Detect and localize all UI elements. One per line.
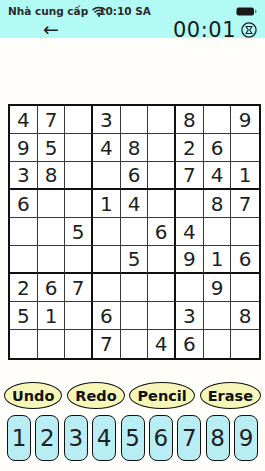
numpad-key-1[interactable]: 1 xyxy=(7,415,31,461)
sudoku-cell-r4c2[interactable] xyxy=(38,190,66,218)
cell-digit: 5 xyxy=(128,247,141,271)
numpad-key-8[interactable]: 8 xyxy=(206,415,230,461)
sudoku-cell-r2c9[interactable] xyxy=(231,134,259,162)
sudoku-cell-r3c1[interactable]: 3 xyxy=(10,162,38,190)
cell-digit: 7 xyxy=(45,108,58,132)
timer-display: 00:01 xyxy=(173,18,236,42)
cell-digit: 5 xyxy=(45,136,58,160)
back-button[interactable]: ← xyxy=(43,20,59,39)
sudoku-cell-r1c8[interactable] xyxy=(204,106,232,134)
cell-digit: 7 xyxy=(239,192,252,216)
numpad-key-5[interactable]: 5 xyxy=(121,415,145,461)
sudoku-cell-r4c5[interactable]: 4 xyxy=(121,190,149,218)
sudoku-cell-r9c3[interactable] xyxy=(65,330,93,358)
sudoku-cell-r2c8[interactable]: 6 xyxy=(204,134,232,162)
sudoku-cell-r7c9[interactable] xyxy=(231,274,259,302)
sudoku-cell-r5c3[interactable]: 5 xyxy=(65,218,93,246)
sudoku-cell-r2c2[interactable]: 5 xyxy=(38,134,66,162)
number-pad: 123456789 xyxy=(7,415,258,461)
cell-digit: 6 xyxy=(17,192,30,216)
nav-bar: ← 00:01 xyxy=(0,19,265,40)
sudoku-cell-r4c6[interactable] xyxy=(148,190,176,218)
sudoku-cell-r1c7[interactable]: 8 xyxy=(176,106,204,134)
sudoku-cell-r7c1[interactable]: 2 xyxy=(10,274,38,302)
sudoku-cell-r6c1[interactable] xyxy=(10,246,38,274)
sudoku-cell-r4c4[interactable]: 1 xyxy=(93,190,121,218)
cell-digit: 7 xyxy=(183,163,196,187)
cell-digit: 4 xyxy=(100,136,113,160)
sudoku-cell-r6c8[interactable]: 1 xyxy=(204,246,232,274)
sudoku-cell-r6c4[interactable] xyxy=(93,246,121,274)
sudoku-cell-r8c5[interactable] xyxy=(121,302,149,330)
sudoku-cell-r6c2[interactable] xyxy=(38,246,66,274)
sudoku-cell-r1c3[interactable] xyxy=(65,106,93,134)
cell-digit: 6 xyxy=(211,136,224,160)
sudoku-cell-r7c3[interactable]: 7 xyxy=(65,274,93,302)
sudoku-cell-r9c2[interactable] xyxy=(38,330,66,358)
cell-digit: 7 xyxy=(72,276,85,300)
cell-digit: 1 xyxy=(211,247,224,271)
sudoku-cell-r9c1[interactable] xyxy=(10,330,38,358)
carrier-label: Nhà cung cấp xyxy=(8,5,106,17)
undo-button[interactable]: Undo xyxy=(4,382,62,409)
sudoku-cell-r2c5[interactable]: 8 xyxy=(121,134,149,162)
sudoku-cell-r8c4[interactable]: 6 xyxy=(93,302,121,330)
sudoku-cell-r4c8[interactable]: 8 xyxy=(204,190,232,218)
sudoku-cell-r5c8[interactable] xyxy=(204,218,232,246)
sudoku-cell-r2c3[interactable] xyxy=(65,134,93,162)
cell-digit: 8 xyxy=(211,192,224,216)
sudoku-cell-r5c5[interactable] xyxy=(121,218,149,246)
sudoku-cell-r7c2[interactable]: 6 xyxy=(38,274,66,302)
sudoku-cell-r3c6[interactable] xyxy=(148,162,176,190)
sudoku-cell-r9c8[interactable] xyxy=(204,330,232,358)
cell-digit: 7 xyxy=(100,332,113,356)
sudoku-cell-r8c1[interactable]: 5 xyxy=(10,302,38,330)
sudoku-cell-r3c3[interactable] xyxy=(65,162,93,190)
cell-digit: 8 xyxy=(239,304,252,328)
numpad-key-9[interactable]: 9 xyxy=(234,415,258,461)
carrier-text: Nhà cung cấp xyxy=(8,5,88,17)
numpad-key-4[interactable]: 4 xyxy=(92,415,116,461)
sudoku-cell-r8c8[interactable] xyxy=(204,302,232,330)
sudoku-cell-r9c7[interactable]: 6 xyxy=(176,330,204,358)
sudoku-cell-r1c6[interactable] xyxy=(148,106,176,134)
sudoku-cell-r1c1[interactable]: 4 xyxy=(10,106,38,134)
sudoku-cell-r4c9[interactable]: 7 xyxy=(231,190,259,218)
sudoku-cell-r3c2[interactable]: 8 xyxy=(38,162,66,190)
cell-digit: 6 xyxy=(45,276,58,300)
sudoku-cell-r5c2[interactable] xyxy=(38,218,66,246)
sudoku-cell-r2c1[interactable]: 9 xyxy=(10,134,38,162)
header-band: Nhà cung cấp 10:10 SA ← 00:01 xyxy=(0,0,265,38)
numpad-key-3[interactable]: 3 xyxy=(64,415,88,461)
cell-digit: 4 xyxy=(155,332,168,356)
sudoku-cell-r4c1[interactable]: 6 xyxy=(10,190,38,218)
sudoku-cell-r6c9[interactable]: 6 xyxy=(231,246,259,274)
pencil-button[interactable]: Pencil xyxy=(129,382,194,409)
sudoku-cell-r6c6[interactable] xyxy=(148,246,176,274)
cell-digit: 6 xyxy=(183,332,196,356)
sudoku-cell-r3c8[interactable]: 4 xyxy=(204,162,232,190)
cell-digit: 4 xyxy=(211,163,224,187)
cell-digit: 5 xyxy=(17,304,30,328)
sudoku-cell-r7c5[interactable] xyxy=(121,274,149,302)
status-bar: Nhà cung cấp 10:10 SA xyxy=(0,0,265,19)
cell-digit: 6 xyxy=(155,220,168,244)
sudoku-cell-r5c1[interactable] xyxy=(10,218,38,246)
cell-digit: 2 xyxy=(17,276,30,300)
sudoku-board: 4738995482638674161487564591626795163874… xyxy=(8,104,261,360)
cell-digit: 2 xyxy=(183,136,196,160)
sudoku-cell-r1c2[interactable]: 7 xyxy=(38,106,66,134)
sudoku-cell-r8c9[interactable]: 8 xyxy=(231,302,259,330)
sudoku-cell-r7c7[interactable] xyxy=(176,274,204,302)
cell-digit: 8 xyxy=(183,108,196,132)
sudoku-cell-r2c6[interactable] xyxy=(148,134,176,162)
sudoku-cell-r5c4[interactable] xyxy=(93,218,121,246)
cell-digit: 4 xyxy=(183,220,196,244)
sudoku-cell-r8c6[interactable] xyxy=(148,302,176,330)
sudoku-cell-r6c3[interactable] xyxy=(65,246,93,274)
cell-digit: 9 xyxy=(17,136,30,160)
cell-digit: 4 xyxy=(17,108,30,132)
cell-digit: 8 xyxy=(45,163,58,187)
redo-button[interactable]: Redo xyxy=(67,382,124,409)
sudoku-cell-r1c4[interactable]: 3 xyxy=(93,106,121,134)
sudoku-cell-r3c7[interactable]: 7 xyxy=(176,162,204,190)
sudoku-cell-r9c9[interactable] xyxy=(231,330,259,358)
cell-digit: 1 xyxy=(100,192,113,216)
sudoku-cell-r8c2[interactable]: 1 xyxy=(38,302,66,330)
sudoku-cell-r8c3[interactable] xyxy=(65,302,93,330)
cell-digit: 4 xyxy=(128,192,141,216)
cell-digit: 9 xyxy=(211,276,224,300)
numpad-key-6[interactable]: 6 xyxy=(149,415,173,461)
cell-digit: 8 xyxy=(128,136,141,160)
sudoku-cell-r9c5[interactable] xyxy=(121,330,149,358)
pause-hourglass-icon[interactable] xyxy=(241,22,257,38)
battery-icon xyxy=(236,7,257,16)
sudoku-cell-r6c5[interactable]: 5 xyxy=(121,246,149,274)
sudoku-cell-r5c9[interactable] xyxy=(231,218,259,246)
sudoku-cell-r3c9[interactable]: 1 xyxy=(231,162,259,190)
cell-digit: 3 xyxy=(183,304,196,328)
sudoku-cell-r4c3[interactable] xyxy=(65,190,93,218)
sudoku-cell-r5c7[interactable]: 4 xyxy=(176,218,204,246)
sudoku-cell-r2c4[interactable]: 4 xyxy=(93,134,121,162)
cell-digit: 3 xyxy=(17,163,30,187)
status-time: 10:10 SA xyxy=(98,5,151,17)
sudoku-cell-r6c7[interactable]: 9 xyxy=(176,246,204,274)
toolbar: Undo Redo Pencil Erase xyxy=(4,382,261,409)
cell-digit: 6 xyxy=(128,163,141,187)
cell-digit: 6 xyxy=(239,247,252,271)
sudoku-cell-r5c6[interactable]: 6 xyxy=(148,218,176,246)
cell-digit: 3 xyxy=(100,108,113,132)
sudoku-cell-r7c8[interactable]: 9 xyxy=(204,274,232,302)
sudoku-cell-r4c7[interactable] xyxy=(176,190,204,218)
erase-button[interactable]: Erase xyxy=(200,382,261,409)
sudoku-cell-r1c9[interactable]: 9 xyxy=(231,106,259,134)
sudoku-cell-r8c7[interactable]: 3 xyxy=(176,302,204,330)
cell-digit: 6 xyxy=(100,304,113,328)
cell-digit: 9 xyxy=(239,108,252,132)
numpad-key-2[interactable]: 2 xyxy=(35,415,59,461)
sudoku-cell-r1c5[interactable] xyxy=(121,106,149,134)
sudoku-cell-r7c4[interactable] xyxy=(93,274,121,302)
sudoku-cell-r3c4[interactable] xyxy=(93,162,121,190)
sudoku-cell-r7c6[interactable] xyxy=(148,274,176,302)
cell-digit: 1 xyxy=(239,163,252,187)
sudoku-cell-r3c5[interactable]: 6 xyxy=(121,162,149,190)
sudoku-cell-r9c4[interactable]: 7 xyxy=(93,330,121,358)
cell-digit: 5 xyxy=(72,220,85,244)
sudoku-cell-r2c7[interactable]: 2 xyxy=(176,134,204,162)
cell-digit: 1 xyxy=(45,304,58,328)
sudoku-cell-r9c6[interactable]: 4 xyxy=(148,330,176,358)
cell-digit: 9 xyxy=(183,247,196,271)
numpad-key-7[interactable]: 7 xyxy=(177,415,201,461)
